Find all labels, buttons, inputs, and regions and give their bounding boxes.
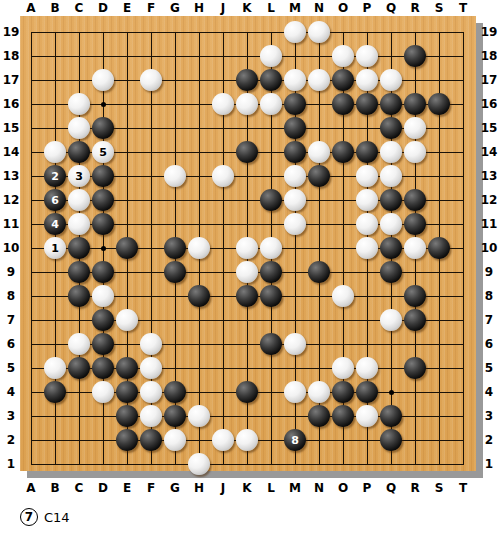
black-stone-D5 (92, 357, 114, 379)
white-stone-R15 (404, 117, 426, 139)
black-stone-R16 (404, 93, 426, 115)
move-number-label: 3 (75, 171, 83, 182)
row-label-left: 16 (1, 97, 21, 111)
white-stone-C16 (68, 93, 90, 115)
column-label-top: S (427, 1, 451, 15)
row-label-left: 1 (1, 457, 21, 471)
column-label-bottom: B (43, 481, 67, 495)
black-stone-Q12 (380, 189, 402, 211)
column-label-top: E (115, 1, 139, 15)
move-number-label: 1 (51, 243, 59, 254)
column-label-bottom: O (331, 481, 355, 495)
black-stone-E5 (116, 357, 138, 379)
black-stone-O14 (332, 141, 354, 163)
black-stone-Q10 (380, 237, 402, 259)
row-label-left: 7 (1, 313, 21, 327)
black-stone-K17 (236, 69, 258, 91)
black-stone-E4 (116, 381, 138, 403)
column-label-bottom: M (283, 481, 307, 495)
white-stone-L10 (260, 237, 282, 259)
white-stone-D17 (92, 69, 114, 91)
column-label-top: N (307, 1, 331, 15)
white-stone-O18 (332, 45, 354, 67)
row-label-right: 6 (479, 337, 499, 351)
row-label-right: 4 (479, 385, 499, 399)
row-label-left: 9 (1, 265, 21, 279)
row-label-left: 17 (1, 73, 21, 87)
white-stone-D8 (92, 285, 114, 307)
row-label-right: 10 (479, 241, 499, 255)
black-stone-D13 (92, 165, 114, 187)
column-label-bottom: N (307, 481, 331, 495)
white-stone-D14: 5 (92, 141, 114, 163)
row-label-right: 16 (479, 97, 499, 111)
white-stone-Q14 (380, 141, 402, 163)
column-label-top: G (163, 1, 187, 15)
column-label-bottom: C (67, 481, 91, 495)
row-label-left: 11 (1, 217, 21, 231)
black-stone-G4 (164, 381, 186, 403)
black-stone-R12 (404, 189, 426, 211)
move-number-label: 4 (51, 219, 59, 230)
move-number-label: 5 (99, 147, 107, 158)
white-stone-B5 (44, 357, 66, 379)
black-stone-K4 (236, 381, 258, 403)
white-stone-N4 (308, 381, 330, 403)
white-stone-P5 (356, 357, 378, 379)
column-label-top: R (403, 1, 427, 15)
white-stone-F17 (140, 69, 162, 91)
row-label-right: 11 (479, 217, 499, 231)
white-stone-P18 (356, 45, 378, 67)
black-stone-L9 (260, 261, 282, 283)
white-stone-F3 (140, 405, 162, 427)
star-point (101, 246, 106, 251)
grid-line-horizontal (31, 464, 464, 465)
column-label-top: J (211, 1, 235, 15)
column-label-top: P (355, 1, 379, 15)
black-stone-C14 (68, 141, 90, 163)
white-stone-P13 (356, 165, 378, 187)
grid-line-vertical (463, 32, 464, 465)
white-stone-M12 (284, 189, 306, 211)
black-stone-F2 (140, 429, 162, 451)
row-label-right: 17 (479, 73, 499, 87)
row-label-left: 12 (1, 193, 21, 207)
white-stone-G2 (164, 429, 186, 451)
column-label-top: C (67, 1, 91, 15)
white-stone-C15 (68, 117, 90, 139)
column-label-bottom: K (235, 481, 259, 495)
white-stone-N17 (308, 69, 330, 91)
black-stone-G10 (164, 237, 186, 259)
column-label-top: B (43, 1, 67, 15)
row-label-right: 9 (479, 265, 499, 279)
white-stone-Q13 (380, 165, 402, 187)
row-label-left: 10 (1, 241, 21, 255)
go-game-screenshot: 7 C14 AABBCCDDEEFFGGHHJJKKLLMMNNOOPPQQRR… (0, 0, 500, 537)
white-stone-Q11 (380, 213, 402, 235)
black-stone-R18 (404, 45, 426, 67)
move-annotation-coordinate: C14 (44, 510, 70, 525)
row-label-left: 4 (1, 385, 21, 399)
black-stone-Q16 (380, 93, 402, 115)
black-stone-O3 (332, 405, 354, 427)
column-label-bottom: P (355, 481, 379, 495)
black-stone-R5 (404, 357, 426, 379)
black-stone-E3 (116, 405, 138, 427)
white-stone-O8 (332, 285, 354, 307)
row-label-right: 8 (479, 289, 499, 303)
white-stone-K10 (236, 237, 258, 259)
black-stone-K14 (236, 141, 258, 163)
black-stone-H8 (188, 285, 210, 307)
black-stone-O16 (332, 93, 354, 115)
black-stone-M15 (284, 117, 306, 139)
black-stone-B11: 4 (44, 213, 66, 235)
row-label-left: 18 (1, 49, 21, 63)
column-label-top: D (91, 1, 115, 15)
column-label-bottom: F (139, 481, 163, 495)
black-stone-C5 (68, 357, 90, 379)
column-label-top: M (283, 1, 307, 15)
white-stone-J16 (212, 93, 234, 115)
white-stone-J2 (212, 429, 234, 451)
row-label-right: 14 (479, 145, 499, 159)
row-label-left: 3 (1, 409, 21, 423)
white-stone-H3 (188, 405, 210, 427)
black-stone-C8 (68, 285, 90, 307)
column-label-top: O (331, 1, 355, 15)
black-stone-G9 (164, 261, 186, 283)
black-stone-D15 (92, 117, 114, 139)
black-stone-O17 (332, 69, 354, 91)
column-label-bottom: G (163, 481, 187, 495)
row-label-right: 19 (479, 25, 499, 39)
white-stone-P3 (356, 405, 378, 427)
white-move-7-stone-icon: 7 (20, 508, 38, 526)
white-stone-M17 (284, 69, 306, 91)
white-stone-M4 (284, 381, 306, 403)
white-stone-H1 (188, 453, 210, 475)
black-stone-N13 (308, 165, 330, 187)
column-label-bottom: A (19, 481, 43, 495)
white-stone-R14 (404, 141, 426, 163)
white-stone-B10: 1 (44, 237, 66, 259)
white-stone-P17 (356, 69, 378, 91)
black-stone-R7 (404, 309, 426, 331)
white-stone-K9 (236, 261, 258, 283)
white-stone-K16 (236, 93, 258, 115)
black-stone-P16 (356, 93, 378, 115)
column-label-bottom: R (403, 481, 427, 495)
black-stone-D7 (92, 309, 114, 331)
black-stone-S10 (428, 237, 450, 259)
white-stone-P11 (356, 213, 378, 235)
black-stone-Q2 (380, 429, 402, 451)
move-number-label: 8 (291, 435, 299, 446)
white-stone-M6 (284, 333, 306, 355)
row-label-left: 19 (1, 25, 21, 39)
column-label-top: Q (379, 1, 403, 15)
white-stone-F4 (140, 381, 162, 403)
column-label-top: T (451, 1, 475, 15)
white-stone-B14 (44, 141, 66, 163)
column-label-top: H (187, 1, 211, 15)
row-label-right: 3 (479, 409, 499, 423)
black-stone-M16 (284, 93, 306, 115)
black-stone-D9 (92, 261, 114, 283)
white-stone-M19 (284, 21, 306, 43)
row-label-left: 2 (1, 433, 21, 447)
black-stone-Q15 (380, 117, 402, 139)
white-stone-E7 (116, 309, 138, 331)
black-stone-D12 (92, 189, 114, 211)
row-label-right: 15 (479, 121, 499, 135)
white-stone-N19 (308, 21, 330, 43)
black-stone-R8 (404, 285, 426, 307)
black-stone-C10 (68, 237, 90, 259)
black-stone-L12 (260, 189, 282, 211)
black-stone-D6 (92, 333, 114, 355)
white-stone-Q7 (380, 309, 402, 331)
column-label-bottom: S (427, 481, 451, 495)
black-stone-Q9 (380, 261, 402, 283)
row-label-right: 2 (479, 433, 499, 447)
column-label-bottom: H (187, 481, 211, 495)
black-stone-M14 (284, 141, 306, 163)
black-stone-O4 (332, 381, 354, 403)
black-stone-M2: 8 (284, 429, 306, 451)
move-annotation: 7 C14 (20, 506, 70, 528)
column-label-bottom: Q (379, 481, 403, 495)
white-stone-H10 (188, 237, 210, 259)
column-label-bottom: L (259, 481, 283, 495)
row-label-right: 12 (479, 193, 499, 207)
white-stone-D4 (92, 381, 114, 403)
black-stone-L8 (260, 285, 282, 307)
row-label-left: 5 (1, 361, 21, 375)
white-stone-M13 (284, 165, 306, 187)
white-stone-Q17 (380, 69, 402, 91)
black-stone-L6 (260, 333, 282, 355)
white-stone-L16 (260, 93, 282, 115)
row-label-right: 1 (479, 457, 499, 471)
row-label-right: 5 (479, 361, 499, 375)
white-stone-O5 (332, 357, 354, 379)
black-stone-B4 (44, 381, 66, 403)
move-number-label: 2 (51, 171, 59, 182)
white-stone-F6 (140, 333, 162, 355)
white-stone-R10 (404, 237, 426, 259)
black-stone-E10 (116, 237, 138, 259)
black-stone-D11 (92, 213, 114, 235)
move-number-label: 6 (51, 195, 59, 206)
column-label-top: F (139, 1, 163, 15)
black-stone-G3 (164, 405, 186, 427)
column-label-bottom: J (211, 481, 235, 495)
white-stone-C6 (68, 333, 90, 355)
white-stone-K2 (236, 429, 258, 451)
row-label-left: 6 (1, 337, 21, 351)
row-label-left: 14 (1, 145, 21, 159)
white-stone-G13 (164, 165, 186, 187)
white-stone-P10 (356, 237, 378, 259)
white-stone-C11 (68, 213, 90, 235)
white-stone-C13: 3 (68, 165, 90, 187)
row-label-right: 18 (479, 49, 499, 63)
black-stone-N9 (308, 261, 330, 283)
column-label-top: K (235, 1, 259, 15)
white-stone-P12 (356, 189, 378, 211)
white-stone-N14 (308, 141, 330, 163)
black-stone-Q3 (380, 405, 402, 427)
black-stone-B12: 6 (44, 189, 66, 211)
black-stone-R11 (404, 213, 426, 235)
black-stone-E2 (116, 429, 138, 451)
column-label-bottom: D (91, 481, 115, 495)
black-stone-S16 (428, 93, 450, 115)
black-stone-C9 (68, 261, 90, 283)
column-label-bottom: E (115, 481, 139, 495)
black-stone-P14 (356, 141, 378, 163)
black-stone-P4 (356, 381, 378, 403)
row-label-right: 13 (479, 169, 499, 183)
black-stone-K8 (236, 285, 258, 307)
row-label-left: 13 (1, 169, 21, 183)
column-label-top: L (259, 1, 283, 15)
star-point (101, 102, 106, 107)
black-stone-N3 (308, 405, 330, 427)
black-stone-B13: 2 (44, 165, 66, 187)
white-stone-C12 (68, 189, 90, 211)
column-label-top: A (19, 1, 43, 15)
row-label-left: 15 (1, 121, 21, 135)
white-stone-L18 (260, 45, 282, 67)
row-label-left: 8 (1, 289, 21, 303)
row-label-right: 7 (479, 313, 499, 327)
white-stone-F5 (140, 357, 162, 379)
black-stone-L17 (260, 69, 282, 91)
white-stone-M11 (284, 213, 306, 235)
star-point (389, 390, 394, 395)
white-stone-J13 (212, 165, 234, 187)
column-label-bottom: T (451, 481, 475, 495)
